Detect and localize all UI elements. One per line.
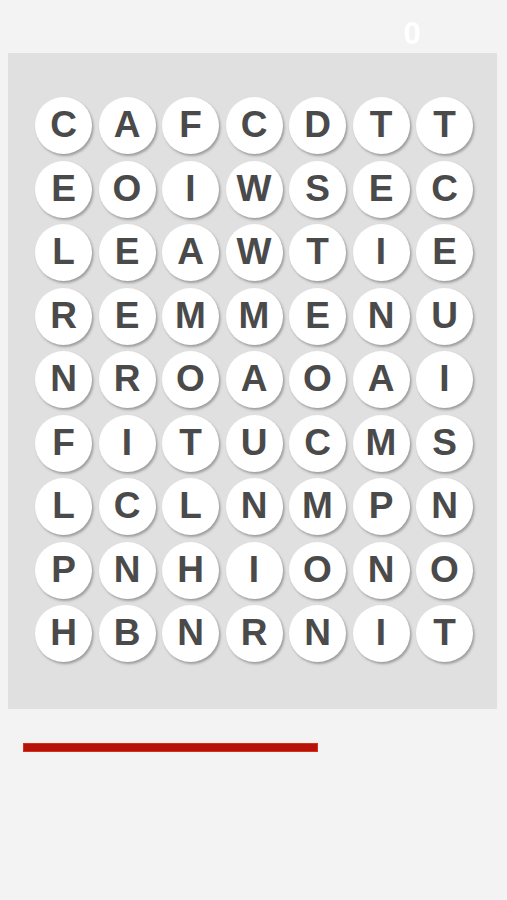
letter: T	[179, 424, 202, 461]
timer-bar	[23, 743, 318, 752]
letter-tile[interactable]: T	[353, 97, 410, 154]
letter-tile[interactable]: S	[416, 415, 473, 472]
letter-tile[interactable]: T	[289, 224, 346, 281]
letter: E	[369, 170, 394, 207]
letter: N	[241, 487, 268, 524]
letter: P	[369, 487, 394, 524]
letter: R	[50, 297, 77, 334]
letter: E	[51, 170, 76, 207]
letter: R	[114, 360, 141, 397]
letter: F	[179, 106, 202, 143]
letter-tile[interactable]: N	[226, 478, 283, 535]
letter: H	[50, 614, 77, 651]
letter: M	[239, 297, 270, 334]
letter-tile[interactable]: S	[289, 161, 346, 218]
letter-tile[interactable]: N	[162, 605, 219, 662]
letter: N	[431, 487, 458, 524]
letter: C	[50, 106, 77, 143]
letter-tile[interactable]: C	[289, 415, 346, 472]
letter: R	[241, 614, 268, 651]
letter-tile[interactable]: O	[162, 351, 219, 408]
letter: A	[177, 233, 204, 270]
letter-tile[interactable]: T	[162, 415, 219, 472]
letter-tile[interactable]: U	[416, 288, 473, 345]
letter-tile[interactable]: A	[226, 351, 283, 408]
letter: T	[433, 106, 456, 143]
letter: M	[175, 297, 206, 334]
letter-tile[interactable]: C	[416, 161, 473, 218]
letter: S	[432, 424, 457, 461]
letter: C	[114, 487, 141, 524]
letter: I	[376, 614, 386, 651]
letter: T	[306, 233, 329, 270]
letter-tile[interactable]: D	[289, 97, 346, 154]
letter-tile[interactable]: A	[162, 224, 219, 281]
letter: O	[303, 551, 332, 588]
letter-tile[interactable]: T	[416, 97, 473, 154]
letter: P	[51, 551, 76, 588]
letter: N	[114, 551, 141, 588]
letter: T	[370, 106, 393, 143]
letter-tile[interactable]: H	[35, 605, 92, 662]
letter-tile[interactable]: E	[99, 224, 156, 281]
letter: A	[368, 360, 395, 397]
letter: I	[376, 233, 386, 270]
letter: N	[304, 614, 331, 651]
letter-tile[interactable]: I	[226, 542, 283, 599]
letter-tile[interactable]: F	[162, 97, 219, 154]
letter: L	[52, 487, 75, 524]
letter: S	[305, 170, 330, 207]
letter-tile[interactable]: E	[289, 288, 346, 345]
letter: I	[185, 170, 195, 207]
letter: A	[114, 106, 141, 143]
letter-tile[interactable]: L	[35, 224, 92, 281]
letter: I	[439, 360, 449, 397]
board: CAFCDTTEOIWSECLEAWTIEREMMENUNROAOAIFITUC…	[8, 53, 497, 709]
letter: L	[52, 233, 75, 270]
letter: M	[302, 487, 333, 524]
letter-tile[interactable]: N	[99, 542, 156, 599]
letter-tile[interactable]: C	[35, 97, 92, 154]
letter-tile[interactable]: O	[289, 542, 346, 599]
letter-tile[interactable]: W	[226, 224, 283, 281]
letter-tile[interactable]: C	[226, 97, 283, 154]
letter-tile[interactable]: I	[416, 351, 473, 408]
letter: L	[179, 487, 202, 524]
letter: E	[115, 233, 140, 270]
letter-tile[interactable]: R	[226, 605, 283, 662]
letter: E	[115, 297, 140, 334]
letter: U	[241, 424, 268, 461]
letter: E	[305, 297, 330, 334]
letter: O	[176, 360, 205, 397]
letter-tile[interactable]: F	[35, 415, 92, 472]
letter: O	[113, 170, 142, 207]
letter-tile[interactable]: M	[162, 288, 219, 345]
letter-tile[interactable]: O	[289, 351, 346, 408]
letter-tile[interactable]: E	[35, 161, 92, 218]
letter: F	[52, 424, 75, 461]
letter: C	[431, 170, 458, 207]
letter-tile[interactable]: H	[162, 542, 219, 599]
letter: M	[366, 424, 397, 461]
letter-tile[interactable]: M	[226, 288, 283, 345]
letter-tile[interactable]: R	[99, 351, 156, 408]
letter: I	[249, 551, 259, 588]
letter-tile[interactable]: C	[99, 478, 156, 535]
letter: O	[430, 551, 459, 588]
letter-tile[interactable]: I	[353, 224, 410, 281]
letter-tile[interactable]: I	[353, 605, 410, 662]
letter: T	[433, 614, 456, 651]
letter: W	[237, 170, 272, 207]
letter: N	[50, 360, 77, 397]
letter: U	[431, 297, 458, 334]
letter-tile[interactable]: E	[353, 161, 410, 218]
letter: H	[177, 551, 204, 588]
letter-tile[interactable]: R	[35, 288, 92, 345]
letter-tile[interactable]: N	[35, 351, 92, 408]
letter-tile[interactable]: U	[226, 415, 283, 472]
letter-tile[interactable]: N	[353, 288, 410, 345]
letter-tile[interactable]: L	[162, 478, 219, 535]
letter-tile[interactable]: P	[353, 478, 410, 535]
letter-tile[interactable]: I	[99, 415, 156, 472]
letter: C	[304, 424, 331, 461]
letter-tile[interactable]: E	[99, 288, 156, 345]
letter-tile[interactable]: P	[35, 542, 92, 599]
letter-tile[interactable]: O	[416, 542, 473, 599]
letter: B	[114, 614, 141, 651]
letter-tile[interactable]: L	[35, 478, 92, 535]
letter-tile[interactable]: B	[99, 605, 156, 662]
letter: O	[303, 360, 332, 397]
letter-tile[interactable]: I	[162, 161, 219, 218]
letter: I	[122, 424, 132, 461]
letter-grid: CAFCDTTEOIWSECLEAWTIEREMMENUNROAOAIFITUC…	[35, 97, 473, 662]
letter-tile[interactable]: N	[353, 542, 410, 599]
letter: W	[237, 233, 272, 270]
letter-tile[interactable]: T	[416, 605, 473, 662]
letter: E	[432, 233, 457, 270]
letter: A	[241, 360, 268, 397]
letter: C	[241, 106, 268, 143]
letter: N	[368, 551, 395, 588]
letter-tile[interactable]: M	[353, 415, 410, 472]
letter: N	[368, 297, 395, 334]
letter-tile[interactable]: M	[289, 478, 346, 535]
letter-tile[interactable]: O	[99, 161, 156, 218]
letter-tile[interactable]: A	[353, 351, 410, 408]
letter: D	[304, 106, 331, 143]
letter-tile[interactable]: A	[99, 97, 156, 154]
letter: N	[177, 614, 204, 651]
letter-tile[interactable]: N	[289, 605, 346, 662]
letter-tile[interactable]: E	[416, 224, 473, 281]
score-counter: 0	[393, 13, 431, 55]
letter-tile[interactable]: N	[416, 478, 473, 535]
letter-tile[interactable]: W	[226, 161, 283, 218]
